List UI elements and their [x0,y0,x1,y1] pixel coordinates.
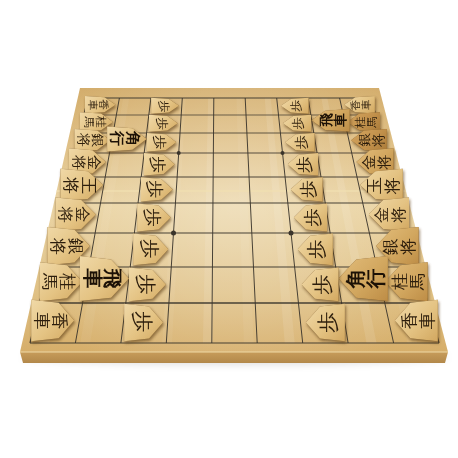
piece-right-pawn-r4c7[interactable]: 歩 [288,153,319,176]
piece-kanji: 角行 [339,255,388,302]
piece-kanji: 桂馬 [385,262,428,303]
piece-kanji: 歩 [291,177,323,202]
piece-kanji: 桂馬 [40,262,83,303]
piece-kanji: 歩 [133,233,168,266]
piece-right-pawn-r6c7[interactable]: 歩 [294,203,328,232]
piece-kanji: 歩 [149,115,178,133]
piece-left-pawn-r4c3[interactable]: 歩 [144,153,175,176]
piece-left-knight-r8c1[interactable]: 桂馬 [40,262,83,303]
piece-left-pawn-r9c3[interactable]: 歩 [124,303,163,342]
piece-kanji: 歩 [137,203,171,232]
piece-left-rook-r8c2[interactable]: 飛車 [80,255,129,302]
piece-left-pawn-r3c3[interactable]: 歩 [147,133,177,153]
product-photo: 香車桂馬銀将金将王将金将銀将桂馬香車角行飛車歩歩歩歩歩歩歩歩歩香車桂馬銀将金将玉… [0,0,458,458]
piece-kanji: 歩 [285,133,315,153]
piece-kanji: 飛車 [80,255,129,302]
piece-left-pawn-r8c3[interactable]: 歩 [129,267,166,302]
piece-kanji: 歩 [302,267,339,302]
piece-kanji: 角行 [107,126,147,152]
piece-kanji: 飛車 [311,109,349,132]
piece-kanji: 歩 [288,153,319,176]
pieces-layer: 香車桂馬銀将金将王将金将銀将桂馬香車角行飛車歩歩歩歩歩歩歩歩歩香車桂馬銀将金将玉… [0,0,458,458]
piece-kanji: 歩 [141,177,173,202]
piece-left-pawn-r5c3[interactable]: 歩 [141,177,173,202]
piece-kanji: 歩 [144,153,175,176]
piece-right-pawn-r3c7[interactable]: 歩 [285,133,315,153]
piece-right-knight-r8c9[interactable]: 桂馬 [385,262,428,303]
piece-right-pawn-r2c7[interactable]: 歩 [283,115,312,133]
piece-left-bishop-r3c2[interactable]: 角行 [107,126,147,152]
piece-kanji: 歩 [283,115,312,133]
piece-kanji: 歩 [298,233,333,266]
piece-kanji: 歩 [294,203,328,232]
piece-kanji: 歩 [281,97,309,114]
piece-left-pawn-r6c3[interactable]: 歩 [137,203,171,232]
piece-kanji: 歩 [306,303,345,342]
piece-kanji: 歩 [129,267,166,302]
piece-kanji: 歩 [151,97,179,114]
piece-left-lance-r9c1[interactable]: 香車 [31,299,74,342]
piece-kanji: 香車 [395,299,438,342]
piece-right-pawn-r9c7[interactable]: 歩 [306,303,345,342]
piece-left-pawn-r7c3[interactable]: 歩 [133,233,168,266]
piece-left-pawn-r2c3[interactable]: 歩 [149,115,178,133]
piece-kanji: 歩 [147,133,177,153]
piece-right-pawn-r8c7[interactable]: 歩 [302,267,339,302]
piece-right-lance-r9c9[interactable]: 香車 [395,299,438,342]
piece-right-pawn-r5c7[interactable]: 歩 [291,177,323,202]
piece-right-bishop-r8c8[interactable]: 角行 [339,255,388,302]
piece-kanji: 香車 [31,299,74,342]
piece-right-rook-r2c8[interactable]: 飛車 [311,109,349,132]
piece-right-pawn-r1c7[interactable]: 歩 [281,97,309,114]
piece-right-pawn-r7c7[interactable]: 歩 [298,233,333,266]
piece-left-pawn-r1c3[interactable]: 歩 [151,97,179,114]
piece-kanji: 歩 [124,303,163,342]
